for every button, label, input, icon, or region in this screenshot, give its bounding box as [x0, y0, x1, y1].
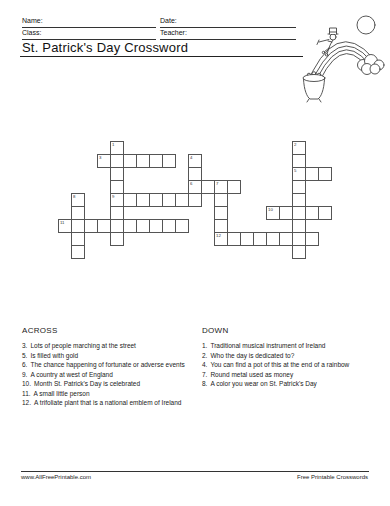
cell-number: 5 — [294, 168, 296, 172]
printable-page: Name: Date: Class: Teacher: St. Patrick'… — [0, 0, 390, 506]
crossword-cell[interactable] — [279, 206, 293, 220]
crossword-cell[interactable]: 12 — [214, 232, 228, 246]
crossword-cell[interactable] — [292, 193, 306, 207]
class-label: Class: — [22, 29, 41, 36]
footer-divider — [21, 471, 369, 472]
crossword-cell[interactable] — [266, 232, 280, 246]
page-title: St. Patrick's Day Crossword — [20, 40, 303, 57]
crossword-cell[interactable] — [71, 219, 85, 233]
cell-number: 6 — [190, 181, 192, 185]
crossword-cell[interactable]: 4 — [188, 154, 202, 168]
clue-text: Is filled with gold — [30, 352, 78, 359]
crossword-cell[interactable] — [201, 180, 215, 194]
sun-icon — [357, 16, 375, 34]
pot-of-gold-icon — [303, 72, 325, 102]
clue-text: Traditional musical instrument of Irelan… — [210, 342, 325, 349]
crossword-cell[interactable] — [292, 180, 306, 194]
crossword-cell[interactable] — [253, 232, 267, 246]
down-list: 1.Traditional musical instrument of Irel… — [202, 342, 380, 388]
name-label: Name: — [22, 17, 43, 24]
clue-item: 4.You can find a pot of this at the end … — [202, 361, 380, 369]
crossword-cell[interactable] — [71, 232, 85, 246]
cell-number: 3 — [99, 155, 101, 159]
crossword-cell[interactable] — [188, 167, 202, 181]
crossword-cell[interactable] — [214, 206, 228, 220]
teacher-field[interactable]: Teacher: — [160, 27, 296, 40]
crossword-cell[interactable] — [110, 206, 124, 220]
crossword-cell[interactable] — [227, 232, 241, 246]
cell-number: 11 — [60, 220, 64, 224]
across-list: 3.Lots of people marching at the street5… — [22, 342, 194, 407]
crossword-cell[interactable] — [279, 232, 293, 246]
cell-number: 8 — [73, 194, 75, 198]
crossword-cell[interactable] — [175, 219, 189, 233]
clue-text: A color you wear on St. Patrick's Day — [210, 380, 316, 387]
crossword-cell[interactable] — [149, 219, 163, 233]
crossword-cell[interactable] — [318, 206, 332, 220]
crossword-cell[interactable] — [214, 219, 228, 233]
clue-number: 7. — [202, 371, 207, 378]
crossword-cell[interactable] — [97, 219, 111, 233]
crossword-cell[interactable] — [123, 154, 137, 168]
clue-item: 3.Lots of people marching at the street — [22, 342, 194, 350]
across-heading: ACROSS — [22, 326, 194, 335]
clue-number: 8. — [202, 380, 207, 387]
class-field[interactable]: Class: — [22, 27, 156, 40]
clue-number: 5. — [22, 352, 27, 359]
crossword-cell[interactable] — [292, 154, 306, 168]
crossword-cell[interactable] — [110, 167, 124, 181]
leprechaun-icon — [317, 28, 338, 56]
clue-number: 2. — [202, 352, 207, 359]
clue-text: You can find a pot of this at the end of… — [210, 361, 349, 368]
crossword-cell[interactable] — [110, 232, 124, 246]
clue-text: Round metal used as money — [210, 371, 293, 378]
clue-item: 6.The chance happening of fortunate or a… — [22, 361, 194, 369]
crossword-cell[interactable] — [162, 154, 176, 168]
clue-text: Lots of people marching at the street — [30, 342, 136, 349]
cell-number: 10 — [268, 207, 273, 211]
clue-number: 3. — [22, 342, 27, 349]
crossword-cell[interactable] — [305, 232, 319, 246]
clue-item: 1.Traditional musical instrument of Irel… — [202, 342, 380, 350]
crossword-cell[interactable] — [84, 219, 98, 233]
crossword-cell[interactable] — [136, 219, 150, 233]
crossword-cell[interactable] — [149, 193, 163, 207]
crossword-cell[interactable] — [292, 232, 306, 246]
crossword-cell[interactable] — [149, 154, 163, 168]
crossword-cell[interactable] — [305, 206, 319, 220]
crossword-cell[interactable]: 1 — [110, 141, 124, 155]
crossword-cell[interactable]: 10 — [266, 206, 280, 220]
cell-number: 12 — [216, 233, 221, 237]
clue-number: 9. — [22, 371, 27, 378]
clue-text: A small little person — [34, 390, 90, 397]
crossword-cell[interactable] — [110, 219, 124, 233]
clue-item: 11.A small little person — [22, 390, 194, 398]
clue-number: 4. — [202, 361, 207, 368]
crossword-cell[interactable] — [305, 167, 319, 181]
clue-number: 12. — [22, 399, 31, 406]
cloud-icon — [358, 55, 385, 75]
crossword-cell[interactable] — [227, 180, 241, 194]
crossword-cell[interactable]: 9 — [110, 193, 124, 207]
crossword-cell[interactable] — [110, 180, 124, 194]
crossword-cell[interactable] — [162, 193, 176, 207]
clue-number: 11. — [22, 390, 31, 397]
crossword-cell[interactable] — [292, 206, 306, 220]
cell-number: 7 — [216, 181, 218, 185]
crossword-cell[interactable] — [71, 245, 85, 259]
clue-number: 1. — [202, 342, 207, 349]
crossword-cell[interactable]: 3 — [97, 154, 111, 168]
teacher-label: Teacher: — [160, 29, 187, 36]
crossword-cell[interactable] — [136, 154, 150, 168]
down-clues-section: DOWN 1.Traditional musical instrument of… — [202, 326, 380, 390]
clue-text: A country at west of England — [30, 371, 112, 378]
clue-item: 10.Month St. Patrick's Day is celebrated — [22, 380, 194, 388]
crossword-grid: 123456789101112 — [58, 141, 332, 259]
clue-item: 5.Is filled with gold — [22, 352, 194, 360]
footer-caption: Free Printable Crosswords — [297, 474, 368, 480]
cell-number: 1 — [112, 142, 114, 146]
crossword-cell[interactable] — [292, 245, 306, 259]
crossword-cell[interactable] — [214, 193, 228, 207]
crossword-cell[interactable] — [175, 193, 189, 207]
across-clues-section: ACROSS 3.Lots of people marching at the … — [22, 326, 194, 409]
clue-number: 10. — [22, 380, 31, 387]
crossword-cell[interactable] — [136, 193, 150, 207]
crossword-cell[interactable] — [110, 154, 124, 168]
clue-text: Month St. Patrick's Day is celebrated — [34, 380, 140, 387]
clue-text: A trifoliate plant that is a national em… — [34, 399, 181, 406]
crossword-cell[interactable] — [123, 193, 137, 207]
crossword-cell[interactable]: 8 — [71, 193, 85, 207]
crossword-cell[interactable]: 2 — [292, 141, 306, 155]
down-heading: DOWN — [202, 326, 380, 335]
crossword-cell[interactable] — [71, 206, 85, 220]
crossword-cell[interactable]: 11 — [58, 219, 72, 233]
clue-text: The chance happening of fortunate or adv… — [30, 361, 184, 368]
clue-number: 6. — [22, 361, 27, 368]
clue-item: 2.Who the day is dedicated to? — [202, 352, 380, 360]
clue-item: 8.A color you wear on St. Patrick's Day — [202, 380, 380, 388]
date-label: Date: — [160, 17, 177, 24]
leprechaun-rainbow-illustration — [293, 10, 389, 106]
crossword-cell[interactable] — [240, 232, 254, 246]
footer-site-link[interactable]: www.AllFreePrintable.com — [21, 474, 91, 480]
crossword-cell[interactable]: 7 — [214, 180, 228, 194]
crossword-cell[interactable]: 6 — [188, 180, 202, 194]
crossword-cell[interactable] — [162, 219, 176, 233]
cell-number: 4 — [190, 155, 192, 159]
cell-number: 9 — [112, 194, 114, 198]
crossword-cell[interactable]: 5 — [292, 167, 306, 181]
clue-text: Who the day is dedicated to? — [210, 352, 294, 359]
crossword-cell[interactable] — [318, 167, 332, 181]
crossword-cell[interactable] — [292, 219, 306, 233]
cell-number: 2 — [294, 142, 296, 146]
clue-item: 7.Round metal used as money — [202, 371, 380, 379]
crossword-cell[interactable] — [123, 219, 137, 233]
clue-item: 12.A trifoliate plant that is a national… — [22, 399, 194, 407]
crossword-cell[interactable] — [188, 193, 202, 207]
clue-item: 9.A country at west of England — [22, 371, 194, 379]
